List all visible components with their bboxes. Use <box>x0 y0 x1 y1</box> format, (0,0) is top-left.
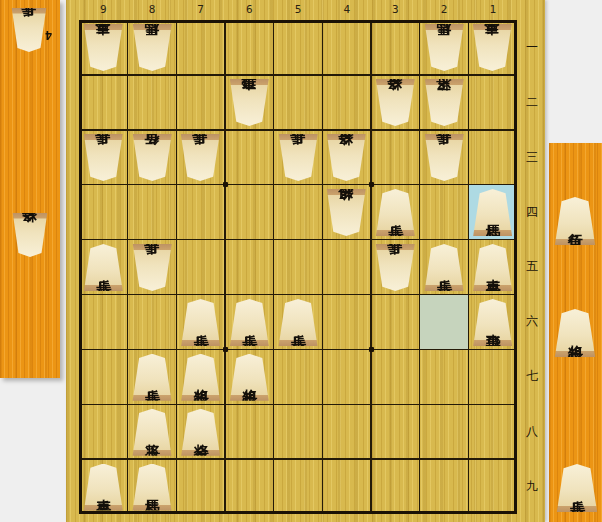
rank-label-4: 四 <box>523 185 541 240</box>
square-7-1[interactable] <box>176 20 225 75</box>
file-label-1: 1 <box>468 2 517 18</box>
square-2-4[interactable] <box>420 185 469 240</box>
file-label-9: 9 <box>79 2 128 18</box>
square-3-3[interactable] <box>371 130 420 185</box>
rank-label-1: 一 <box>523 20 541 75</box>
gote-captured-pieces-stand: 歩兵4金将 <box>0 0 60 378</box>
rank-label-2: 二 <box>523 75 541 130</box>
square-3-1[interactable] <box>371 20 420 75</box>
file-label-2: 2 <box>420 2 469 18</box>
hand-count: 4 <box>45 28 52 42</box>
piece-gote-gold[interactable]: 金将 <box>12 213 48 257</box>
square-6-3[interactable] <box>225 130 274 185</box>
rank-label-9: 九 <box>523 459 541 514</box>
square-4-2[interactable] <box>322 75 371 130</box>
piece-sente-pawn[interactable]: 歩兵 <box>556 464 598 512</box>
square-4-8[interactable] <box>322 404 371 459</box>
piece-sente-bishop[interactable]: 角行 <box>554 197 596 245</box>
square-8-2[interactable] <box>128 75 177 130</box>
square-9-6[interactable] <box>79 294 128 349</box>
square-5-8[interactable] <box>274 404 323 459</box>
piece-sente-silver[interactable]: 銀将 <box>554 309 596 357</box>
square-5-7[interactable] <box>274 349 323 404</box>
square-9-8[interactable] <box>79 404 128 459</box>
file-label-4: 4 <box>322 2 371 18</box>
square-2-9[interactable] <box>420 459 469 514</box>
square-4-1[interactable] <box>322 20 371 75</box>
piece-gote-pawn[interactable]: 歩兵 <box>11 8 47 52</box>
square-4-6[interactable] <box>322 294 371 349</box>
square-5-1[interactable] <box>274 20 323 75</box>
square-8-4[interactable] <box>128 185 177 240</box>
square-4-5[interactable] <box>322 240 371 295</box>
square-5-4[interactable] <box>274 185 323 240</box>
square-6-1[interactable] <box>225 20 274 75</box>
file-label-8: 8 <box>128 2 177 18</box>
square-3-6[interactable] <box>371 294 420 349</box>
square-7-4[interactable] <box>176 185 225 240</box>
square-8-6[interactable] <box>128 294 177 349</box>
square-4-9[interactable] <box>322 459 371 514</box>
file-label-3: 3 <box>371 2 420 18</box>
square-7-5[interactable] <box>176 240 225 295</box>
file-label-7: 7 <box>176 2 225 18</box>
file-label-5: 5 <box>274 2 323 18</box>
square-5-9[interactable] <box>274 459 323 514</box>
square-1-8[interactable] <box>468 404 517 459</box>
rank-label-6: 六 <box>523 294 541 349</box>
shogi-board: 987654321一二三四五六七八九香車桂馬桂馬香車飛車金将王将歩兵角行歩兵歩兵… <box>66 0 545 522</box>
square-3-9[interactable] <box>371 459 420 514</box>
square-7-9[interactable] <box>176 459 225 514</box>
square-1-2[interactable] <box>468 75 517 130</box>
shogi-app: 歩兵4金将 987654321一二三四五六七八九香車桂馬桂馬香車飛車金将王将歩兵… <box>0 0 602 522</box>
rank-label-5: 五 <box>523 240 541 295</box>
square-9-7[interactable] <box>79 349 128 404</box>
square-1-3[interactable] <box>468 130 517 185</box>
square-5-5[interactable] <box>274 240 323 295</box>
square-4-7[interactable] <box>322 349 371 404</box>
rank-label-3: 三 <box>523 130 541 185</box>
square-9-4[interactable] <box>79 185 128 240</box>
square-1-7[interactable] <box>468 349 517 404</box>
square-5-2[interactable] <box>274 75 323 130</box>
square-2-7[interactable] <box>420 349 469 404</box>
square-7-2[interactable] <box>176 75 225 130</box>
square-3-7[interactable] <box>371 349 420 404</box>
square-2-8[interactable] <box>420 404 469 459</box>
square-6-9[interactable] <box>225 459 274 514</box>
square-3-8[interactable] <box>371 404 420 459</box>
rank-label-7: 七 <box>523 349 541 404</box>
square-6-8[interactable] <box>225 404 274 459</box>
square-6-4[interactable] <box>225 185 274 240</box>
rank-label-8: 八 <box>523 404 541 459</box>
sente-captured-pieces-stand: 角行銀将歩兵 <box>549 143 602 522</box>
file-label-6: 6 <box>225 2 274 18</box>
square-2-6[interactable] <box>420 294 469 349</box>
square-9-2[interactable] <box>79 75 128 130</box>
square-1-9[interactable] <box>468 459 517 514</box>
square-6-5[interactable] <box>225 240 274 295</box>
